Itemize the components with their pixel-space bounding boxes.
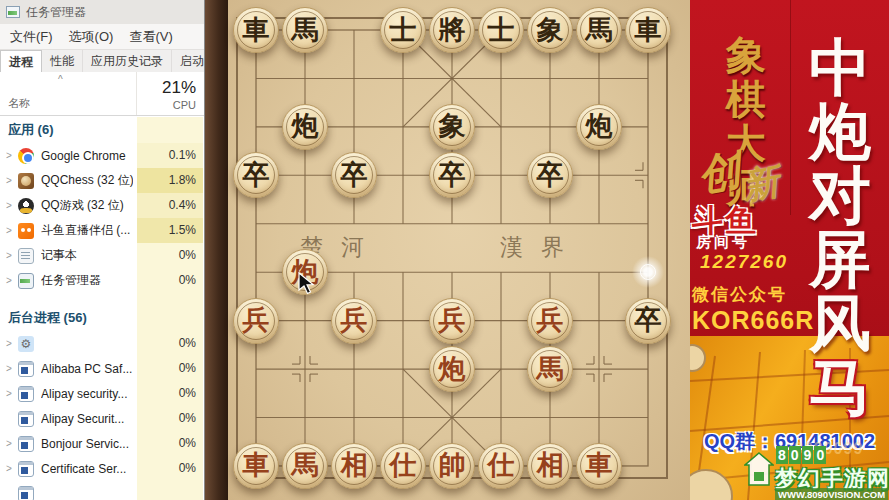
red-piece-相[interactable]: 相 xyxy=(527,443,573,489)
red-piece-車[interactable]: 車 xyxy=(233,443,279,489)
cpu-column-header[interactable]: CPU xyxy=(173,99,196,111)
black-piece-車[interactable]: 車 xyxy=(625,7,671,53)
red-piece-仕[interactable]: 仕 xyxy=(380,443,426,489)
piece-glyph: 仕 xyxy=(488,452,515,479)
room-number-value: 1227260 xyxy=(700,251,788,273)
red-piece-馬[interactable]: 馬 xyxy=(282,443,328,489)
black-piece-象[interactable]: 象 xyxy=(527,7,573,53)
qqgame-icon xyxy=(18,198,34,214)
process-name: Alipay security... xyxy=(41,387,133,401)
piece-glyph: 象 xyxy=(439,113,466,140)
process-name: 任务管理器 xyxy=(41,272,133,289)
expand-chevron-icon[interactable]: > xyxy=(0,150,18,161)
process-name: QQ游戏 (32 位) xyxy=(41,197,133,214)
tab-1[interactable]: 性能 xyxy=(42,50,83,72)
process-row[interactable]: >Bonjour Servic...0% xyxy=(0,431,204,456)
cpu-value: 1.8% xyxy=(137,168,203,193)
expand-chevron-icon[interactable]: > xyxy=(0,463,18,474)
name-column-header[interactable]: 名称 xyxy=(8,96,30,111)
watermark-logo-digit: 0 xyxy=(789,446,801,464)
piece-glyph: 車 xyxy=(586,452,613,479)
piece-glyph: 士 xyxy=(390,17,417,44)
process-row[interactable]: >Alipay security...0% xyxy=(0,381,204,406)
expand-chevron-icon[interactable]: > xyxy=(0,225,18,236)
red-piece-兵[interactable]: 兵 xyxy=(331,298,377,344)
tab-0[interactable]: 进程 xyxy=(0,50,42,72)
process-row[interactable]: >斗鱼直播伴侣 (...1.5% xyxy=(0,218,204,243)
black-piece-卒[interactable]: 卒 xyxy=(233,152,279,198)
expand-chevron-icon[interactable]: > xyxy=(0,438,18,449)
black-piece-炮[interactable]: 炮 xyxy=(576,104,622,150)
piece-glyph: 馬 xyxy=(292,452,319,479)
process-row[interactable]: >⚙0% xyxy=(0,331,204,356)
watermark-logo-digit: 0 xyxy=(814,446,826,464)
expand-chevron-icon[interactable]: > xyxy=(0,338,18,349)
task-manager-icon xyxy=(6,6,20,18)
red-piece-兵[interactable]: 兵 xyxy=(429,298,475,344)
column-divider xyxy=(136,72,137,115)
piece-glyph: 士 xyxy=(488,17,515,44)
app-icon xyxy=(18,486,34,500)
app-icon xyxy=(18,361,34,377)
cpu-value: 0% xyxy=(137,431,203,456)
process-row[interactable]: >Google Chrome0.1% xyxy=(0,143,204,168)
piece-glyph: 相 xyxy=(341,452,368,479)
expand-chevron-icon[interactable]: > xyxy=(0,175,18,186)
board-edge xyxy=(205,0,228,500)
mouse-cursor xyxy=(298,272,318,296)
process-name: 斗鱼直播伴侣 (... xyxy=(41,222,133,239)
piece-glyph: 車 xyxy=(243,452,270,479)
process-row[interactable]: >记事本0% xyxy=(0,243,204,268)
watermark-logo: 8090 xyxy=(776,446,826,464)
piece-glyph: 車 xyxy=(243,17,270,44)
room-number-label: 房间号 xyxy=(696,233,750,252)
cpu-value: 0% xyxy=(137,356,203,381)
cpu-value xyxy=(137,481,203,500)
black-piece-馬[interactable]: 馬 xyxy=(282,7,328,53)
red-piece-兵[interactable]: 兵 xyxy=(527,298,573,344)
piece-glyph: 馬 xyxy=(586,17,613,44)
innovation-char-1: 创 xyxy=(695,147,744,200)
black-piece-馬[interactable]: 馬 xyxy=(576,7,622,53)
photo-piece-disc xyxy=(690,470,732,500)
black-piece-卒[interactable]: 卒 xyxy=(625,298,671,344)
app-icon xyxy=(18,386,34,402)
red-piece-仕[interactable]: 仕 xyxy=(478,443,524,489)
piece-glyph: 將 xyxy=(439,17,466,44)
red-piece-帥[interactable]: 帥 xyxy=(429,443,475,489)
process-row[interactable] xyxy=(0,481,204,500)
site-watermark: 8090 梦幻手游网 WWW.8090VISION.COM xyxy=(742,444,889,500)
cpu-value: 0% xyxy=(137,381,203,406)
watermark-url: WWW.8090VISION.COM xyxy=(775,488,888,500)
chrome-icon xyxy=(18,148,34,164)
expand-chevron-icon[interactable]: > xyxy=(0,275,18,286)
cpu-total-value: 21% xyxy=(162,78,196,98)
photo-piece-disc-small xyxy=(690,345,705,371)
menu-item-0[interactable]: 文件(F) xyxy=(10,28,53,46)
expand-chevron-icon[interactable]: > xyxy=(0,200,18,211)
app-icon xyxy=(18,436,34,452)
list-header: ^ 名称 21% CPU xyxy=(0,72,204,116)
process-name: Alibaba PC Saf... xyxy=(41,362,133,376)
promo-banner: 象棋大师 创新 斗鱼 房间号 1227260 微信公众号 KOR666R QQ群… xyxy=(690,0,889,500)
process-list: 应用 (6)>Google Chrome0.1%>QQChess (32 位)1… xyxy=(0,117,204,500)
piece-glyph: 相 xyxy=(537,452,564,479)
piece-glyph: 馬 xyxy=(292,17,319,44)
menubar: 文件(F)选项(O)查看(V) xyxy=(0,24,204,50)
section-header[interactable]: 后台进程 (56) xyxy=(0,305,204,331)
xiangqi-board[interactable]: 楚河 漢界 車馬士將士象馬車炮象炮卒卒卒卒炮兵兵兵兵卒炮馬車馬相仕帥仕相車 xyxy=(228,0,690,500)
process-row[interactable]: Alipay Securit...0% xyxy=(0,406,204,431)
process-row[interactable]: >Certificate Ser...0% xyxy=(0,456,204,481)
menu-item-1[interactable]: 选项(O) xyxy=(69,28,114,46)
expand-chevron-icon[interactable]: > xyxy=(0,388,18,399)
black-piece-卒[interactable]: 卒 xyxy=(429,152,475,198)
house-icon xyxy=(744,452,774,488)
banner-divider xyxy=(790,0,791,215)
gear-icon: ⚙ xyxy=(18,336,34,352)
red-piece-車[interactable]: 車 xyxy=(576,443,622,489)
piece-glyph: 馬 xyxy=(537,356,564,383)
black-piece-卒[interactable]: 卒 xyxy=(331,152,377,198)
piece-glyph: 兵 xyxy=(439,307,466,334)
black-piece-車[interactable]: 車 xyxy=(233,7,279,53)
watermark-logo-digit: 9 xyxy=(802,446,814,464)
process-row[interactable]: >Alibaba PC Saf...0% xyxy=(0,356,204,381)
piece-glyph: 炮 xyxy=(586,113,613,140)
red-piece-兵[interactable]: 兵 xyxy=(233,298,279,344)
black-piece-士[interactable]: 士 xyxy=(380,7,426,53)
process-name: Alipay Securit... xyxy=(41,412,133,426)
cpu-value: 0% xyxy=(137,268,203,293)
xiangqi-pane: 楚河 漢界 車馬士將士象馬車炮象炮卒卒卒卒炮兵兵兵兵卒炮馬車馬相仕帥仕相車 xyxy=(205,0,690,500)
douyu-icon xyxy=(18,223,34,239)
black-piece-炮[interactable]: 炮 xyxy=(282,104,328,150)
black-piece-卒[interactable]: 卒 xyxy=(527,152,573,198)
piece-glyph: 車 xyxy=(635,17,662,44)
process-row[interactable]: >任务管理器0% xyxy=(0,268,204,293)
titlebar[interactable]: 任务管理器 xyxy=(0,0,204,24)
window-title: 任务管理器 xyxy=(26,4,86,21)
tab-3[interactable]: 启动 xyxy=(172,50,204,72)
piece-glyph: 炮 xyxy=(439,356,466,383)
black-piece-士[interactable]: 士 xyxy=(478,7,524,53)
piece-glyph: 卒 xyxy=(635,307,662,334)
cpu-value: 0% xyxy=(137,243,203,268)
piece-glyph: 象 xyxy=(537,17,564,44)
main-title-char: 马 xyxy=(796,346,884,430)
cpu-value: 0.1% xyxy=(137,143,203,168)
tab-2[interactable]: 应用历史记录 xyxy=(83,50,172,72)
piece-glyph: 兵 xyxy=(243,307,270,334)
process-name: Bonjour Servic... xyxy=(41,437,133,451)
qqchess-icon xyxy=(18,173,34,189)
notepad-icon xyxy=(18,248,34,264)
piece-glyph: 帥 xyxy=(439,452,466,479)
last-move-marker xyxy=(631,255,665,289)
cpu-value: 0% xyxy=(137,456,203,481)
black-piece-將[interactable]: 將 xyxy=(429,7,475,53)
section-header[interactable]: 应用 (6) xyxy=(0,117,204,143)
piece-glyph: 卒 xyxy=(341,162,368,189)
app-icon xyxy=(18,461,34,477)
cpu-value: 1.5% xyxy=(137,218,203,243)
watermark-logo-digit: 8 xyxy=(776,446,788,464)
process-name: QQChess (32 位) xyxy=(41,172,133,189)
red-piece-馬[interactable]: 馬 xyxy=(527,346,573,392)
screen: 任务管理器 文件(F)选项(O)查看(V) 进程性能应用历史记录启动用户详细信息… xyxy=(0,0,889,500)
expand-chevron-icon[interactable]: > xyxy=(0,363,18,374)
piece-glyph: 兵 xyxy=(537,307,564,334)
tab-bar: 进程性能应用历史记录启动用户详细信息 xyxy=(0,50,204,72)
black-piece-象[interactable]: 象 xyxy=(429,104,475,150)
process-name: 记事本 xyxy=(41,247,133,264)
piece-glyph: 卒 xyxy=(439,162,466,189)
red-piece-相[interactable]: 相 xyxy=(331,443,377,489)
cpu-value: 0.4% xyxy=(137,193,203,218)
task-manager-window: 任务管理器 文件(F)选项(O)查看(V) 进程性能应用历史记录启动用户详细信息… xyxy=(0,0,205,500)
process-row[interactable]: >QQChess (32 位)1.8% xyxy=(0,168,204,193)
process-name: Google Chrome xyxy=(41,149,133,163)
piece-glyph: 兵 xyxy=(341,307,368,334)
taskmgr-icon xyxy=(18,273,34,289)
sort-indicator: ^ xyxy=(58,74,63,85)
app-icon xyxy=(18,411,34,427)
process-name: Certificate Ser... xyxy=(41,462,133,476)
piece-glyph: 卒 xyxy=(537,162,564,189)
expand-chevron-icon[interactable]: > xyxy=(0,250,18,261)
banner-innovation-label: 创新 xyxy=(694,136,781,205)
process-row[interactable]: >QQ游戏 (32 位)0.4% xyxy=(0,193,204,218)
menu-item-2[interactable]: 查看(V) xyxy=(129,28,172,46)
cpu-value: 0% xyxy=(137,406,203,431)
piece-glyph: 炮 xyxy=(292,113,319,140)
red-piece-炮[interactable]: 炮 xyxy=(429,346,475,392)
wechat-account-label: 微信公众号 xyxy=(692,283,787,306)
river-label-right: 漢界 xyxy=(500,232,582,263)
cpu-value: 0% xyxy=(137,331,203,356)
piece-glyph: 仕 xyxy=(390,452,417,479)
piece-glyph: 卒 xyxy=(243,162,270,189)
